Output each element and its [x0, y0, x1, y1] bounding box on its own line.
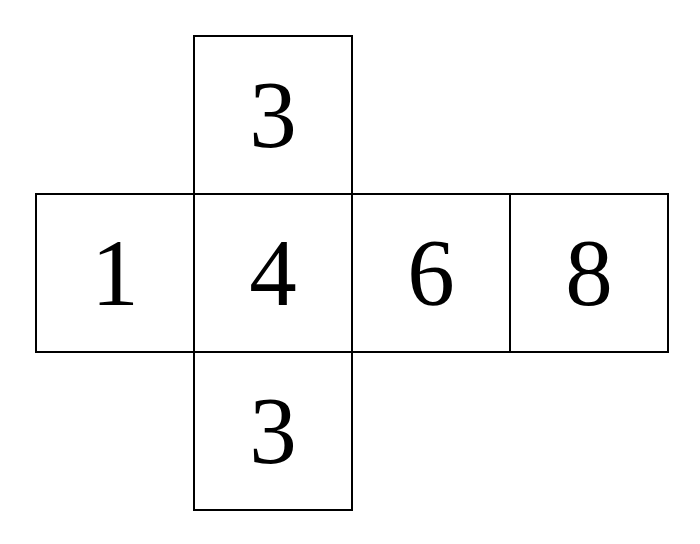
net-face-bottom: 3 [193, 351, 353, 511]
net-face-middle-center: 4 [193, 193, 353, 353]
empty-cell-r0c3 [510, 36, 668, 194]
net-grid: 3 1 4 6 8 3 [36, 36, 668, 510]
net-face-middle-left: 1 [35, 193, 195, 353]
empty-cell-r0c0 [36, 36, 194, 194]
empty-cell-r2c2 [352, 352, 510, 510]
net-face-middle-right: 6 [351, 193, 511, 353]
empty-cell-r0c2 [352, 36, 510, 194]
net-face-top: 3 [193, 35, 353, 195]
cube-net-diagram: 3 1 4 6 8 3 [0, 0, 700, 544]
empty-cell-r2c3 [510, 352, 668, 510]
empty-cell-r2c0 [36, 352, 194, 510]
net-face-middle-far-right: 8 [509, 193, 669, 353]
